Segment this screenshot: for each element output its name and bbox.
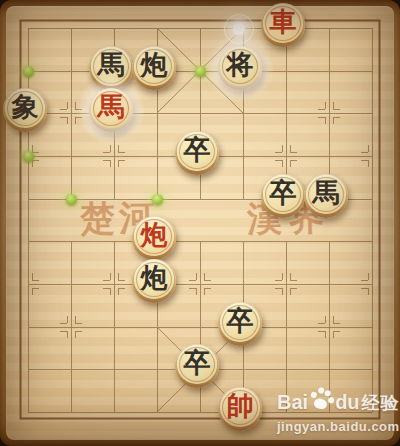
piece-black-horse[interactable]: 馬 — [304, 174, 348, 218]
piece-red-general[interactable]: 帥 — [218, 387, 262, 431]
piece-black-soldier[interactable]: 卒 — [175, 131, 219, 175]
piece-red-horse[interactable]: 馬 — [89, 88, 133, 132]
piece-black-general[interactable]: 将 — [218, 46, 262, 90]
pieces-layer: 車馬炮将象馬卒卒馬炮炮卒卒帥 — [0, 0, 400, 446]
piece-black-cannon[interactable]: 炮 — [132, 46, 176, 90]
piece-red-chariot[interactable]: 車 — [261, 3, 305, 47]
baidu-logo-text-suffix: 经验 — [362, 394, 400, 412]
baidu-logo-text-a: Bai — [277, 392, 308, 412]
piece-red-cannon[interactable]: 炮 — [132, 216, 176, 260]
baidu-logo: Bai du 经验 — [277, 388, 400, 412]
piece-black-soldier[interactable]: 卒 — [218, 302, 262, 346]
piece-black-soldier[interactable]: 卒 — [261, 174, 305, 218]
baidu-logo-text-b: du — [335, 392, 359, 412]
piece-black-cannon[interactable]: 炮 — [132, 259, 176, 303]
baidu-watermark-url: jingyan.baidu.com — [277, 419, 400, 434]
piece-black-soldier[interactable]: 卒 — [175, 344, 219, 388]
baidu-watermark: Bai du 经验 jingyan.baidu.com — [277, 388, 400, 434]
baidu-paw-icon — [308, 385, 337, 413]
piece-black-elephant[interactable]: 象 — [3, 88, 47, 132]
xiangqi-board: 楚河 漢界 車馬炮将象馬卒卒馬炮炮卒卒帥 Bai du 经验 jingyan.b… — [0, 0, 400, 446]
